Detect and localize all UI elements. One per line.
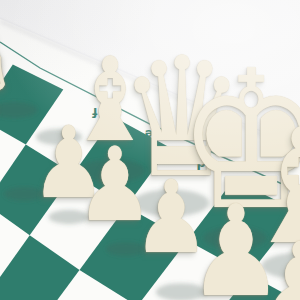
chess-set-photo: gfedc ♞♝♛♚♝♞♟♟♟♟♟: [0, 0, 300, 300]
file-label-g: g: [36, 80, 44, 91]
